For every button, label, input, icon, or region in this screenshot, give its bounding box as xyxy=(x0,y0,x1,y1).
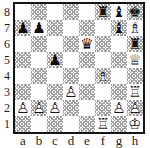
square-h4[interactable] xyxy=(127,68,143,84)
rank-label-7: 7 xyxy=(1,20,13,36)
white-queen[interactable]: ♕ xyxy=(127,52,143,68)
square-f8[interactable]: ♜ xyxy=(95,4,111,20)
white-pawn[interactable]: ♙ xyxy=(47,100,63,116)
square-g6[interactable] xyxy=(111,36,127,52)
square-d5[interactable] xyxy=(63,52,79,68)
square-f1[interactable]: ♜♖ xyxy=(95,116,111,132)
black-pawn[interactable]: ♟ xyxy=(31,20,47,36)
white-bishop[interactable]: ♗ xyxy=(127,20,143,36)
white-pawn-fill: ♟ xyxy=(127,100,143,116)
square-c1[interactable] xyxy=(47,116,63,132)
rank-label-8: 8 xyxy=(1,4,13,20)
square-f6[interactable] xyxy=(95,36,111,52)
square-c2[interactable]: ♟♙ xyxy=(47,100,63,116)
white-pawn-fill: ♟ xyxy=(111,100,127,116)
square-h2[interactable]: ♟♙ xyxy=(127,100,143,116)
square-f2[interactable] xyxy=(95,100,111,116)
square-h3[interactable]: ♜♖ xyxy=(127,84,143,100)
square-g5[interactable] xyxy=(111,52,127,68)
square-g1[interactable] xyxy=(111,116,127,132)
square-b7[interactable]: ♟ xyxy=(31,20,47,36)
square-h8[interactable]: ♚ xyxy=(127,4,143,20)
square-h5[interactable]: ♛♕ xyxy=(127,52,143,68)
square-e5[interactable] xyxy=(79,52,95,68)
square-h6[interactable]: ♜ xyxy=(127,36,143,52)
black-pawn[interactable]: ♟ xyxy=(47,52,63,68)
square-d4[interactable] xyxy=(63,68,79,84)
black-bishop[interactable]: ♝ xyxy=(111,20,127,36)
white-queen-fill: ♛ xyxy=(127,52,143,68)
square-a7[interactable]: ♟ xyxy=(15,20,31,36)
square-e3[interactable] xyxy=(79,84,95,100)
rank-label-6: 6 xyxy=(1,36,13,52)
square-f3[interactable] xyxy=(95,84,111,100)
white-king[interactable]: ♔ xyxy=(127,116,143,132)
white-king-fill: ♚ xyxy=(127,116,143,132)
square-a1[interactable] xyxy=(15,116,31,132)
white-pawn-fill: ♟ xyxy=(15,100,31,116)
square-g7[interactable]: ♝ xyxy=(111,20,127,36)
square-a3[interactable] xyxy=(15,84,31,100)
white-pawn[interactable]: ♙ xyxy=(111,100,127,116)
file-label-b: b xyxy=(31,134,47,148)
black-rook[interactable]: ♜ xyxy=(127,36,143,52)
square-g2[interactable]: ♟♙ xyxy=(111,100,127,116)
white-rook[interactable]: ♖ xyxy=(127,84,143,100)
white-rook-fill: ♜ xyxy=(127,84,143,100)
rank-label-2: 2 xyxy=(1,100,13,116)
square-e2[interactable] xyxy=(79,100,95,116)
square-d2[interactable] xyxy=(63,100,79,116)
square-c7[interactable] xyxy=(47,20,63,36)
square-b1[interactable] xyxy=(31,116,47,132)
square-d8[interactable] xyxy=(63,4,79,20)
rank-label-3: 3 xyxy=(1,84,13,100)
black-rook[interactable]: ♜ xyxy=(95,4,111,20)
square-g4[interactable] xyxy=(111,68,127,84)
square-d1[interactable] xyxy=(63,116,79,132)
square-e7[interactable] xyxy=(79,20,95,36)
square-e4[interactable] xyxy=(79,68,95,84)
square-c8[interactable] xyxy=(47,4,63,20)
white-bishop-fill: ♝ xyxy=(95,68,111,84)
rank-labels: 87654321 xyxy=(1,2,13,134)
square-f5[interactable] xyxy=(95,52,111,68)
rank-label-5: 5 xyxy=(1,52,13,68)
square-d7[interactable] xyxy=(63,20,79,36)
square-a5[interactable] xyxy=(15,52,31,68)
square-b4[interactable] xyxy=(31,68,47,84)
square-e8[interactable] xyxy=(79,4,95,20)
square-a6[interactable] xyxy=(15,36,31,52)
square-e1[interactable] xyxy=(79,116,95,132)
black-pawn[interactable]: ♟ xyxy=(15,20,31,36)
black-queen[interactable]: ♛ xyxy=(79,36,95,52)
white-bishop-fill: ♝ xyxy=(127,20,143,36)
chess-board[interactable]: ♜♝♚♟♟♝♝♗♛♜♟♛♕♝♗♟♙♜♖♟♙♟♙♟♙♟♙♟♙♜♖♚♔ xyxy=(13,2,145,134)
file-labels: abcdefgh xyxy=(13,134,145,148)
white-pawn[interactable]: ♙ xyxy=(31,100,47,116)
white-pawn-fill: ♟ xyxy=(31,100,47,116)
rank-label-1: 1 xyxy=(1,116,13,132)
white-pawn-fill: ♟ xyxy=(63,84,79,100)
square-a8[interactable] xyxy=(15,4,31,20)
square-e6[interactable]: ♛ xyxy=(79,36,95,52)
square-a2[interactable]: ♟♙ xyxy=(15,100,31,116)
square-g8[interactable]: ♝ xyxy=(111,4,127,20)
square-d6[interactable] xyxy=(63,36,79,52)
square-f7[interactable] xyxy=(95,20,111,36)
white-pawn[interactable]: ♙ xyxy=(63,84,79,100)
white-rook-fill: ♜ xyxy=(95,116,111,132)
file-label-f: f xyxy=(95,134,111,148)
black-king[interactable]: ♚ xyxy=(127,4,143,20)
chess-diagram: 87654321 ♜♝♚♟♟♝♝♗♛♜♟♛♕♝♗♟♙♜♖♟♙♟♙♟♙♟♙♟♙♜♖… xyxy=(1,2,145,148)
square-c3[interactable] xyxy=(47,84,63,100)
white-pawn[interactable]: ♙ xyxy=(127,100,143,116)
square-c6[interactable] xyxy=(47,36,63,52)
file-label-c: c xyxy=(47,134,63,148)
file-label-d: d xyxy=(63,134,79,148)
file-label-e: e xyxy=(79,134,95,148)
square-f4[interactable]: ♝♗ xyxy=(95,68,111,84)
file-label-g: g xyxy=(111,134,127,148)
square-a4[interactable] xyxy=(15,68,31,84)
square-b2[interactable]: ♟♙ xyxy=(31,100,47,116)
rank-label-4: 4 xyxy=(1,68,13,84)
black-bishop[interactable]: ♝ xyxy=(111,4,127,20)
square-h1[interactable]: ♚♔ xyxy=(127,116,143,132)
square-b5[interactable] xyxy=(31,52,47,68)
square-c5[interactable]: ♟ xyxy=(47,52,63,68)
square-b8[interactable] xyxy=(31,4,47,20)
square-b6[interactable] xyxy=(31,36,47,52)
file-label-h: h xyxy=(127,134,143,148)
square-h7[interactable]: ♝♗ xyxy=(127,20,143,36)
file-label-a: a xyxy=(15,134,31,148)
square-d3[interactable]: ♟♙ xyxy=(63,84,79,100)
square-c4[interactable] xyxy=(47,68,63,84)
square-b3[interactable] xyxy=(31,84,47,100)
white-pawn[interactable]: ♙ xyxy=(15,100,31,116)
white-bishop[interactable]: ♗ xyxy=(95,68,111,84)
white-pawn-fill: ♟ xyxy=(47,100,63,116)
square-g3[interactable] xyxy=(111,84,127,100)
white-rook[interactable]: ♖ xyxy=(95,116,111,132)
